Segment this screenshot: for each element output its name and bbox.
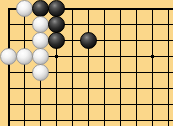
board-intersections[interactable] — [0, 0, 173, 126]
black-stone — [48, 32, 65, 49]
intersection-D19[interactable] — [48, 0, 64, 16]
intersection-D17[interactable] — [48, 32, 64, 48]
black-stone — [48, 0, 65, 17]
intersection-F17[interactable] — [80, 32, 96, 48]
black-stone — [32, 0, 49, 17]
intersection-C16[interactable] — [32, 48, 48, 64]
go-board[interactable] — [0, 0, 173, 126]
white-stone — [16, 48, 33, 65]
black-stone — [80, 32, 97, 49]
intersection-C15[interactable] — [32, 64, 48, 80]
intersection-B16[interactable] — [16, 48, 32, 64]
white-stone — [32, 48, 49, 65]
intersection-C18[interactable] — [32, 16, 48, 32]
intersection-B19[interactable] — [16, 0, 32, 16]
white-stone — [16, 0, 33, 17]
intersection-A16[interactable] — [0, 48, 16, 64]
black-stone — [48, 16, 65, 33]
star-point — [151, 55, 154, 58]
star-point-cell — [144, 48, 160, 64]
intersection-C17[interactable] — [32, 32, 48, 48]
star-point-cell — [48, 48, 64, 64]
white-stone — [32, 32, 49, 49]
star-point — [55, 55, 58, 58]
white-stone — [32, 64, 49, 81]
white-stone — [32, 16, 49, 33]
intersection-D18[interactable] — [48, 16, 64, 32]
intersection-C19[interactable] — [32, 0, 48, 16]
white-stone — [0, 48, 17, 65]
